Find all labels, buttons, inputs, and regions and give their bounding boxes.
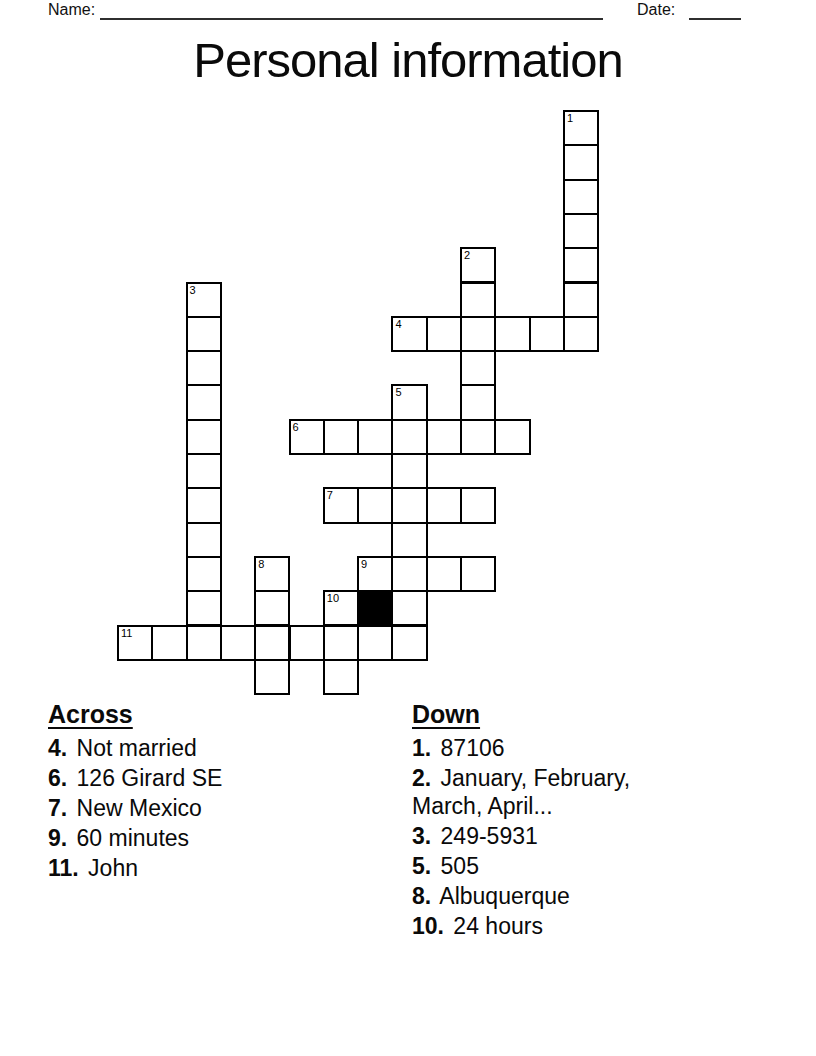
grid-cell[interactable]	[563, 247, 599, 283]
clue-item: 10. 24 hours	[412, 912, 684, 940]
grid-cell[interactable]: 2	[460, 247, 496, 283]
grid-cell[interactable]	[357, 419, 393, 455]
grid-cell[interactable]	[323, 659, 359, 695]
clue-item-number: 1.	[412, 735, 431, 761]
grid-cell[interactable]	[563, 316, 599, 352]
grid-cell[interactable]	[186, 350, 222, 386]
grid-cell[interactable]	[460, 316, 496, 352]
grid-cell[interactable]	[323, 419, 359, 455]
grid-cell[interactable]	[563, 213, 599, 249]
grid-cell[interactable]	[357, 625, 393, 661]
grid-cell[interactable]	[391, 487, 427, 523]
grid-cell[interactable]: 11	[117, 625, 153, 661]
clue-item: 8. Albuquerque	[412, 882, 684, 910]
clue-number: 9	[361, 558, 367, 571]
clue-item-number: 7.	[48, 795, 67, 821]
grid-cell[interactable]	[563, 179, 599, 215]
across-header: Across	[48, 700, 388, 728]
clue-item: 2. January, February, March, April...	[412, 764, 684, 820]
clue-number: 8	[258, 558, 264, 571]
grid-cell[interactable]	[357, 487, 393, 523]
clue-number: 1	[567, 112, 573, 125]
grid-cell[interactable]	[460, 487, 496, 523]
grid-cell[interactable]	[186, 556, 222, 592]
grid-cell[interactable]	[186, 384, 222, 420]
grid-cell[interactable]	[494, 419, 530, 455]
clue-number: 3	[190, 284, 196, 297]
down-clue-list: 1. 871062. January, February, March, Apr…	[412, 734, 684, 940]
grid-cell[interactable]	[529, 316, 565, 352]
clue-item: 3. 249-5931	[412, 822, 684, 850]
down-section: Down 1. 871062. January, February, March…	[412, 700, 684, 942]
grid-cell[interactable]	[460, 556, 496, 592]
clue-number: 10	[327, 592, 339, 605]
grid-cell[interactable]	[460, 350, 496, 386]
across-section: Across 4. Not married6. 126 Girard SE7. …	[48, 700, 388, 884]
clue-item-number: 4.	[48, 735, 67, 761]
grid-cell[interactable]	[254, 625, 290, 661]
grid-cell[interactable]	[254, 659, 290, 695]
clue-item-number: 2.	[412, 765, 431, 791]
grid-cell[interactable]: 5	[391, 384, 427, 420]
grid-cell[interactable]	[391, 590, 427, 626]
grid-cell[interactable]	[460, 282, 496, 318]
down-header: Down	[412, 700, 684, 728]
clue-item-number: 8.	[412, 883, 431, 909]
grid-cell[interactable]	[186, 590, 222, 626]
across-clue-list: 4. Not married6. 126 Girard SE7. New Mex…	[48, 734, 388, 882]
grid-cell[interactable]	[426, 487, 462, 523]
grid-cell[interactable]	[563, 282, 599, 318]
clue-number: 2	[464, 249, 470, 262]
grid-cell[interactable]	[391, 556, 427, 592]
clue-item-number: 3.	[412, 823, 431, 849]
grid-cell[interactable]	[254, 590, 290, 626]
grid-cell[interactable]	[289, 625, 325, 661]
clue-item: 7. New Mexico	[48, 794, 388, 822]
grid-cell[interactable]	[426, 556, 462, 592]
grid-cell[interactable]	[186, 625, 222, 661]
clue-item: 9. 60 minutes	[48, 824, 388, 852]
clue-number: 11	[121, 627, 132, 640]
clue-number: 7	[327, 489, 333, 502]
grid-cell[interactable]: 3	[186, 282, 222, 318]
grid-cell[interactable]	[220, 625, 256, 661]
grid-cell[interactable]	[494, 316, 530, 352]
grid-cell[interactable]	[391, 419, 427, 455]
grid-cell[interactable]	[460, 419, 496, 455]
grid-cell[interactable]	[426, 316, 462, 352]
clue-item-number: 11.	[48, 855, 79, 881]
blocked-cell	[357, 590, 393, 626]
clue-item-number: 6.	[48, 765, 67, 791]
grid-cell[interactable]	[186, 419, 222, 455]
grid-cell[interactable]: 7	[323, 487, 359, 523]
grid-cell[interactable]	[151, 625, 187, 661]
grid-cell[interactable]	[186, 522, 222, 558]
grid-cell[interactable]	[563, 144, 599, 180]
grid-cell[interactable]: 9	[357, 556, 393, 592]
grid-cell[interactable]	[186, 487, 222, 523]
grid-cell[interactable]	[460, 384, 496, 420]
grid-cell[interactable]	[186, 316, 222, 352]
clue-item: 5. 505	[412, 852, 684, 880]
clue-item-number: 10.	[412, 913, 444, 939]
clue-number: 4	[395, 318, 401, 331]
clue-item: 6. 126 Girard SE	[48, 764, 388, 792]
grid-cell[interactable]: 4	[391, 316, 427, 352]
clue-number: 5	[395, 386, 401, 399]
grid-cell[interactable]	[323, 625, 359, 661]
grid-cell[interactable]	[391, 453, 427, 489]
grid-cell[interactable]: 6	[289, 419, 325, 455]
clue-item: 1. 87106	[412, 734, 684, 762]
grid-cell[interactable]: 8	[254, 556, 290, 592]
grid-cell[interactable]: 1	[563, 110, 599, 146]
clue-item-number: 5.	[412, 853, 431, 879]
grid-cell[interactable]	[391, 625, 427, 661]
clue-item: 11. John	[48, 854, 388, 882]
grid-cell[interactable]	[426, 419, 462, 455]
clue-item: 4. Not married	[48, 734, 388, 762]
clue-item-number: 9.	[48, 825, 67, 851]
crossword-grid: 1234567891011	[0, 0, 816, 1056]
clue-number: 6	[293, 421, 299, 434]
grid-cell[interactable]: 10	[323, 590, 359, 626]
grid-cell[interactable]	[186, 453, 222, 489]
grid-cell[interactable]	[391, 522, 427, 558]
